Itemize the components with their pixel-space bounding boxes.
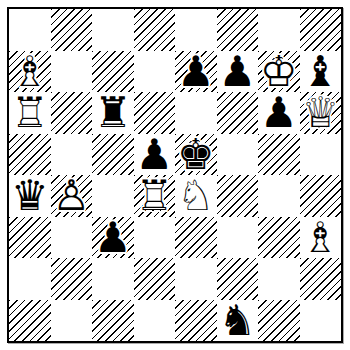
- square-e1: [175, 300, 217, 342]
- square-c1: [92, 300, 134, 342]
- square-d7: [134, 51, 176, 93]
- square-h8: [300, 9, 342, 51]
- square-g5: [258, 134, 300, 176]
- piece-white-king: ♚♔: [258, 51, 300, 93]
- square-a4: ♛: [9, 175, 51, 217]
- square-h3: ♝♗: [300, 217, 342, 259]
- square-d8: [134, 9, 176, 51]
- square-a6: ♜♖: [9, 92, 51, 134]
- square-c2: [92, 258, 134, 300]
- chess-diagram: ♝♗♟♟♚♔♝♜♖♜♟♛♕♟♚♛♟♙♜♖♞♘♟♝♗♞: [0, 0, 350, 350]
- square-g8: [258, 9, 300, 51]
- square-d5: ♟: [134, 134, 176, 176]
- square-f1: ♞: [217, 300, 259, 342]
- chessboard: ♝♗♟♟♚♔♝♜♖♜♟♛♕♟♚♛♟♙♜♖♞♘♟♝♗♞: [9, 9, 341, 341]
- square-d2: [134, 258, 176, 300]
- square-h7: ♝: [300, 51, 342, 93]
- square-f6: [217, 92, 259, 134]
- square-g4: [258, 175, 300, 217]
- square-h6: ♛♕: [300, 92, 342, 134]
- piece-black-pawn: ♟: [217, 51, 259, 93]
- board-frame: ♝♗♟♟♚♔♝♜♖♜♟♛♕♟♚♛♟♙♜♖♞♘♟♝♗♞: [7, 7, 343, 343]
- square-d3: [134, 217, 176, 259]
- square-b6: [51, 92, 93, 134]
- square-c3: ♟: [92, 217, 134, 259]
- square-h2: [300, 258, 342, 300]
- square-d4: ♜♖: [134, 175, 176, 217]
- piece-white-queen: ♛♕: [300, 92, 342, 134]
- piece-white-bishop: ♝♗: [9, 51, 51, 93]
- square-b7: [51, 51, 93, 93]
- square-g2: [258, 258, 300, 300]
- square-g1: [258, 300, 300, 342]
- square-f8: [217, 9, 259, 51]
- square-c6: ♜: [92, 92, 134, 134]
- piece-black-pawn: ♟: [258, 92, 300, 134]
- square-b3: [51, 217, 93, 259]
- piece-white-pawn: ♟♙: [51, 175, 93, 217]
- square-a8: [9, 9, 51, 51]
- square-f5: [217, 134, 259, 176]
- square-f2: [217, 258, 259, 300]
- square-c4: [92, 175, 134, 217]
- square-h4: [300, 175, 342, 217]
- piece-black-king: ♚: [175, 134, 217, 176]
- square-a3: [9, 217, 51, 259]
- square-c7: [92, 51, 134, 93]
- square-a1: [9, 300, 51, 342]
- square-b1: [51, 300, 93, 342]
- piece-black-pawn: ♟: [134, 134, 176, 176]
- square-e8: [175, 9, 217, 51]
- piece-black-rook: ♜: [92, 92, 134, 134]
- square-a5: [9, 134, 51, 176]
- square-f7: ♟: [217, 51, 259, 93]
- square-e4: ♞♘: [175, 175, 217, 217]
- square-c8: [92, 9, 134, 51]
- piece-white-bishop: ♝♗: [300, 217, 342, 259]
- piece-white-rook: ♜♖: [134, 175, 176, 217]
- square-e7: ♟: [175, 51, 217, 93]
- piece-black-bishop: ♝: [300, 51, 342, 93]
- piece-black-queen: ♛: [9, 175, 51, 217]
- square-e3: [175, 217, 217, 259]
- piece-black-pawn: ♟: [175, 51, 217, 93]
- square-b2: [51, 258, 93, 300]
- square-e6: [175, 92, 217, 134]
- piece-white-knight: ♞♘: [175, 175, 217, 217]
- square-d1: [134, 300, 176, 342]
- square-g6: ♟: [258, 92, 300, 134]
- square-a7: ♝♗: [9, 51, 51, 93]
- piece-black-knight: ♞: [217, 300, 259, 342]
- square-f3: [217, 217, 259, 259]
- square-f4: [217, 175, 259, 217]
- square-a2: [9, 258, 51, 300]
- piece-black-pawn: ♟: [92, 217, 134, 259]
- square-b8: [51, 9, 93, 51]
- square-b4: ♟♙: [51, 175, 93, 217]
- square-h5: [300, 134, 342, 176]
- square-c5: [92, 134, 134, 176]
- square-g7: ♚♔: [258, 51, 300, 93]
- square-b5: [51, 134, 93, 176]
- square-e5: ♚: [175, 134, 217, 176]
- square-e2: [175, 258, 217, 300]
- piece-white-rook: ♜♖: [9, 92, 51, 134]
- square-d6: [134, 92, 176, 134]
- square-g3: [258, 217, 300, 259]
- square-h1: [300, 300, 342, 342]
